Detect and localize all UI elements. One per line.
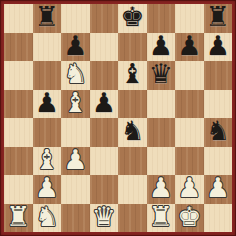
piece-white-bishop[interactable]: ♝ bbox=[63, 90, 87, 118]
square-b6[interactable] bbox=[33, 61, 62, 90]
square-h8[interactable]: ♜ bbox=[204, 4, 233, 33]
piece-white-bishop[interactable]: ♝ bbox=[35, 147, 59, 175]
piece-white-pawn[interactable]: ♟ bbox=[63, 147, 87, 175]
piece-white-pawn[interactable]: ♟ bbox=[206, 175, 230, 203]
square-g7[interactable]: ♟ bbox=[175, 33, 204, 62]
square-d8[interactable] bbox=[90, 4, 119, 33]
square-a2[interactable] bbox=[4, 175, 33, 204]
square-c3[interactable]: ♟ bbox=[61, 147, 90, 176]
square-g1[interactable]: ♚ bbox=[175, 204, 204, 233]
square-e7[interactable] bbox=[118, 33, 147, 62]
piece-black-pawn[interactable]: ♟ bbox=[177, 33, 201, 61]
square-d6[interactable] bbox=[90, 61, 119, 90]
piece-white-king[interactable]: ♚ bbox=[177, 204, 201, 232]
square-f8[interactable] bbox=[147, 4, 176, 33]
square-f3[interactable] bbox=[147, 147, 176, 176]
square-c7[interactable]: ♟ bbox=[61, 33, 90, 62]
square-e4[interactable]: ♞ bbox=[118, 118, 147, 147]
piece-black-knight[interactable]: ♞ bbox=[206, 118, 230, 146]
square-h3[interactable] bbox=[204, 147, 233, 176]
square-a6[interactable] bbox=[4, 61, 33, 90]
square-h7[interactable]: ♟ bbox=[204, 33, 233, 62]
piece-black-pawn[interactable]: ♟ bbox=[35, 90, 59, 118]
piece-white-pawn[interactable]: ♟ bbox=[35, 175, 59, 203]
square-a8[interactable] bbox=[4, 4, 33, 33]
square-b1[interactable]: ♞ bbox=[33, 204, 62, 233]
piece-black-pawn[interactable]: ♟ bbox=[63, 33, 87, 61]
square-d4[interactable] bbox=[90, 118, 119, 147]
chess-board: ♜♚♜♟♟♟♟♞♝♛♟♝♟♞♞♝♟♟♟♟♟♜♞♛♜♚ bbox=[4, 4, 232, 232]
square-d5[interactable]: ♟ bbox=[90, 90, 119, 119]
square-b2[interactable]: ♟ bbox=[33, 175, 62, 204]
square-d2[interactable] bbox=[90, 175, 119, 204]
square-b8[interactable]: ♜ bbox=[33, 4, 62, 33]
square-b7[interactable] bbox=[33, 33, 62, 62]
square-e1[interactable] bbox=[118, 204, 147, 233]
board-frame: ♜♚♜♟♟♟♟♞♝♛♟♝♟♞♞♝♟♟♟♟♟♜♞♛♜♚ bbox=[0, 0, 236, 236]
piece-white-knight[interactable]: ♞ bbox=[35, 204, 59, 232]
piece-white-rook[interactable]: ♜ bbox=[6, 204, 30, 232]
square-c8[interactable] bbox=[61, 4, 90, 33]
square-a7[interactable] bbox=[4, 33, 33, 62]
square-d1[interactable]: ♛ bbox=[90, 204, 119, 233]
piece-black-pawn[interactable]: ♟ bbox=[149, 33, 173, 61]
square-a4[interactable] bbox=[4, 118, 33, 147]
piece-black-queen[interactable]: ♛ bbox=[149, 61, 173, 89]
square-c4[interactable] bbox=[61, 118, 90, 147]
square-f7[interactable]: ♟ bbox=[147, 33, 176, 62]
square-f1[interactable]: ♜ bbox=[147, 204, 176, 233]
piece-black-pawn[interactable]: ♟ bbox=[206, 33, 230, 61]
square-e5[interactable] bbox=[118, 90, 147, 119]
square-h6[interactable] bbox=[204, 61, 233, 90]
square-e6[interactable]: ♝ bbox=[118, 61, 147, 90]
square-g8[interactable] bbox=[175, 4, 204, 33]
square-e2[interactable] bbox=[118, 175, 147, 204]
square-a3[interactable] bbox=[4, 147, 33, 176]
piece-white-pawn[interactable]: ♟ bbox=[149, 175, 173, 203]
piece-white-rook[interactable]: ♜ bbox=[149, 204, 173, 232]
square-g3[interactable] bbox=[175, 147, 204, 176]
square-h2[interactable]: ♟ bbox=[204, 175, 233, 204]
square-f5[interactable] bbox=[147, 90, 176, 119]
square-a5[interactable] bbox=[4, 90, 33, 119]
square-f4[interactable] bbox=[147, 118, 176, 147]
square-g4[interactable] bbox=[175, 118, 204, 147]
square-f2[interactable]: ♟ bbox=[147, 175, 176, 204]
piece-black-rook[interactable]: ♜ bbox=[206, 4, 230, 32]
piece-black-bishop[interactable]: ♝ bbox=[120, 61, 144, 89]
piece-white-pawn[interactable]: ♟ bbox=[177, 175, 201, 203]
piece-black-knight[interactable]: ♞ bbox=[120, 118, 144, 146]
square-b5[interactable]: ♟ bbox=[33, 90, 62, 119]
square-c1[interactable] bbox=[61, 204, 90, 233]
square-h5[interactable] bbox=[204, 90, 233, 119]
piece-black-king[interactable]: ♚ bbox=[120, 4, 144, 32]
square-f6[interactable]: ♛ bbox=[147, 61, 176, 90]
square-e3[interactable] bbox=[118, 147, 147, 176]
square-g2[interactable]: ♟ bbox=[175, 175, 204, 204]
piece-white-knight[interactable]: ♞ bbox=[63, 61, 87, 89]
square-c5[interactable]: ♝ bbox=[61, 90, 90, 119]
square-h4[interactable]: ♞ bbox=[204, 118, 233, 147]
square-d7[interactable] bbox=[90, 33, 119, 62]
square-a1[interactable]: ♜ bbox=[4, 204, 33, 233]
square-g6[interactable] bbox=[175, 61, 204, 90]
square-c2[interactable] bbox=[61, 175, 90, 204]
piece-black-pawn[interactable]: ♟ bbox=[92, 90, 116, 118]
square-d3[interactable] bbox=[90, 147, 119, 176]
piece-black-rook[interactable]: ♜ bbox=[35, 4, 59, 32]
square-e8[interactable]: ♚ bbox=[118, 4, 147, 33]
square-b4[interactable] bbox=[33, 118, 62, 147]
square-c6[interactable]: ♞ bbox=[61, 61, 90, 90]
piece-white-queen[interactable]: ♛ bbox=[92, 204, 116, 232]
square-b3[interactable]: ♝ bbox=[33, 147, 62, 176]
square-g5[interactable] bbox=[175, 90, 204, 119]
square-h1[interactable] bbox=[204, 204, 233, 233]
